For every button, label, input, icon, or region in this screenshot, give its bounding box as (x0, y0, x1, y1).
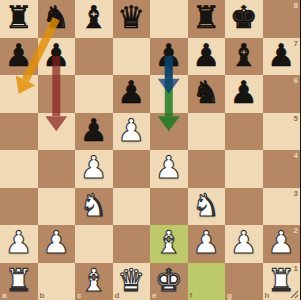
black-knight-piece[interactable]: ♞ (192, 77, 220, 110)
black-pawn-piece[interactable]: ♟ (155, 40, 183, 73)
black-pawn-piece[interactable]: ♟ (80, 115, 108, 148)
square-f2[interactable]: ♟ (188, 225, 226, 263)
square-e7[interactable]: ♟ (150, 38, 188, 76)
square-c8[interactable]: ♝ (75, 0, 113, 38)
black-bishop-piece[interactable]: ♝ (230, 40, 258, 73)
chess-board[interactable]: ♜♞♝♛♜♚8♟♟♟♟♝♟7♟♞♟6♟♟5♟♟4♞♞3♟♟♝♟♟♟2♜ab♝c♛… (0, 0, 300, 300)
black-pawn-piece[interactable]: ♟ (5, 40, 33, 73)
white-pawn-piece[interactable]: ♟ (5, 227, 33, 260)
square-d5[interactable]: ♟ (113, 113, 151, 151)
square-a1[interactable]: ♜a (0, 263, 38, 300)
black-pawn-piece[interactable]: ♟ (42, 40, 70, 73)
black-king-piece[interactable]: ♚ (230, 2, 258, 35)
black-pawn-piece[interactable]: ♟ (267, 40, 295, 73)
square-a6[interactable] (0, 75, 38, 113)
square-g8[interactable]: ♚ (225, 0, 263, 38)
square-f3[interactable]: ♞ (188, 188, 226, 226)
rank-label-5: 5 (294, 114, 298, 123)
square-e4[interactable]: ♟ (150, 150, 188, 188)
rank-label-8: 8 (294, 1, 298, 10)
black-pawn-piece[interactable]: ♟ (192, 40, 220, 73)
white-pawn-piece[interactable]: ♟ (192, 227, 220, 260)
square-e8[interactable] (150, 0, 188, 38)
square-b1[interactable]: b (38, 263, 76, 300)
square-g5[interactable] (225, 113, 263, 151)
square-b3[interactable] (38, 188, 76, 226)
file-label-f: f (190, 291, 193, 300)
square-a2[interactable]: ♟ (0, 225, 38, 263)
square-e5[interactable] (150, 113, 188, 151)
square-e1[interactable]: ♚e (150, 263, 188, 300)
square-f4[interactable] (188, 150, 226, 188)
square-f1[interactable]: f (188, 263, 226, 300)
file-label-b: b (40, 291, 45, 300)
white-king-piece[interactable]: ♚ (155, 265, 183, 298)
square-h5[interactable]: 5 (263, 113, 301, 151)
square-a3[interactable] (0, 188, 38, 226)
square-h3[interactable]: 3 (263, 188, 301, 226)
square-d8[interactable]: ♛ (113, 0, 151, 38)
square-h6[interactable]: 6 (263, 75, 301, 113)
square-h4[interactable]: 4 (263, 150, 301, 188)
square-f6[interactable]: ♞ (188, 75, 226, 113)
black-pawn-piece[interactable]: ♟ (117, 77, 145, 110)
square-b7[interactable]: ♟ (38, 38, 76, 76)
square-c4[interactable]: ♟ (75, 150, 113, 188)
square-h1[interactable]: ♜1h (263, 263, 301, 300)
black-knight-piece[interactable]: ♞ (42, 2, 70, 35)
rank-label-4: 4 (294, 151, 298, 160)
square-g3[interactable] (225, 188, 263, 226)
square-f8[interactable]: ♜ (188, 0, 226, 38)
square-c3[interactable]: ♞ (75, 188, 113, 226)
square-d3[interactable] (113, 188, 151, 226)
white-queen-piece[interactable]: ♛ (117, 265, 145, 298)
white-pawn-piece[interactable]: ♟ (42, 227, 70, 260)
black-pawn-piece[interactable]: ♟ (230, 77, 258, 110)
square-a7[interactable]: ♟ (0, 38, 38, 76)
black-queen-piece[interactable]: ♛ (117, 2, 145, 35)
white-pawn-piece[interactable]: ♟ (155, 152, 183, 185)
white-knight-piece[interactable]: ♞ (80, 190, 108, 223)
white-bishop-piece[interactable]: ♝ (155, 227, 183, 260)
file-label-g: g (227, 291, 232, 300)
square-g4[interactable] (225, 150, 263, 188)
white-bishop-piece[interactable]: ♝ (80, 265, 108, 298)
square-b2[interactable]: ♟ (38, 225, 76, 263)
white-knight-piece[interactable]: ♞ (192, 190, 220, 223)
square-e2[interactable]: ♝ (150, 225, 188, 263)
square-c2[interactable] (75, 225, 113, 263)
square-g6[interactable]: ♟ (225, 75, 263, 113)
white-pawn-piece[interactable]: ♟ (80, 152, 108, 185)
black-rook-piece[interactable]: ♜ (192, 2, 220, 35)
black-bishop-piece[interactable]: ♝ (80, 2, 108, 35)
square-d2[interactable] (113, 225, 151, 263)
square-a4[interactable] (0, 150, 38, 188)
square-h8[interactable]: 8 (263, 0, 301, 38)
square-h7[interactable]: ♟7 (263, 38, 301, 76)
square-c6[interactable] (75, 75, 113, 113)
square-d1[interactable]: ♛d (113, 263, 151, 300)
square-c7[interactable] (75, 38, 113, 76)
rank-label-3: 3 (294, 189, 298, 198)
square-e3[interactable] (150, 188, 188, 226)
square-b8[interactable]: ♞ (38, 0, 76, 38)
square-c1[interactable]: ♝c (75, 263, 113, 300)
white-rook-piece[interactable]: ♜ (267, 265, 295, 298)
square-g2[interactable]: ♟ (225, 225, 263, 263)
square-h2[interactable]: ♟2 (263, 225, 301, 263)
rank-label-6: 6 (294, 76, 298, 85)
square-g1[interactable]: g (225, 263, 263, 300)
square-f7[interactable]: ♟ (188, 38, 226, 76)
square-a5[interactable] (0, 113, 38, 151)
white-pawn-piece[interactable]: ♟ (267, 227, 295, 260)
white-rook-piece[interactable]: ♜ (5, 265, 33, 298)
square-g7[interactable]: ♝ (225, 38, 263, 76)
black-rook-piece[interactable]: ♜ (5, 2, 33, 35)
square-b4[interactable] (38, 150, 76, 188)
square-f5[interactable] (188, 113, 226, 151)
square-b5[interactable] (38, 113, 76, 151)
square-e6[interactable] (150, 75, 188, 113)
square-d6[interactable]: ♟ (113, 75, 151, 113)
square-d4[interactable] (113, 150, 151, 188)
white-pawn-piece[interactable]: ♟ (117, 115, 145, 148)
square-d7[interactable] (113, 38, 151, 76)
white-pawn-piece[interactable]: ♟ (230, 227, 258, 260)
square-c5[interactable]: ♟ (75, 113, 113, 151)
square-a8[interactable]: ♜ (0, 0, 38, 38)
square-b6[interactable] (38, 75, 76, 113)
